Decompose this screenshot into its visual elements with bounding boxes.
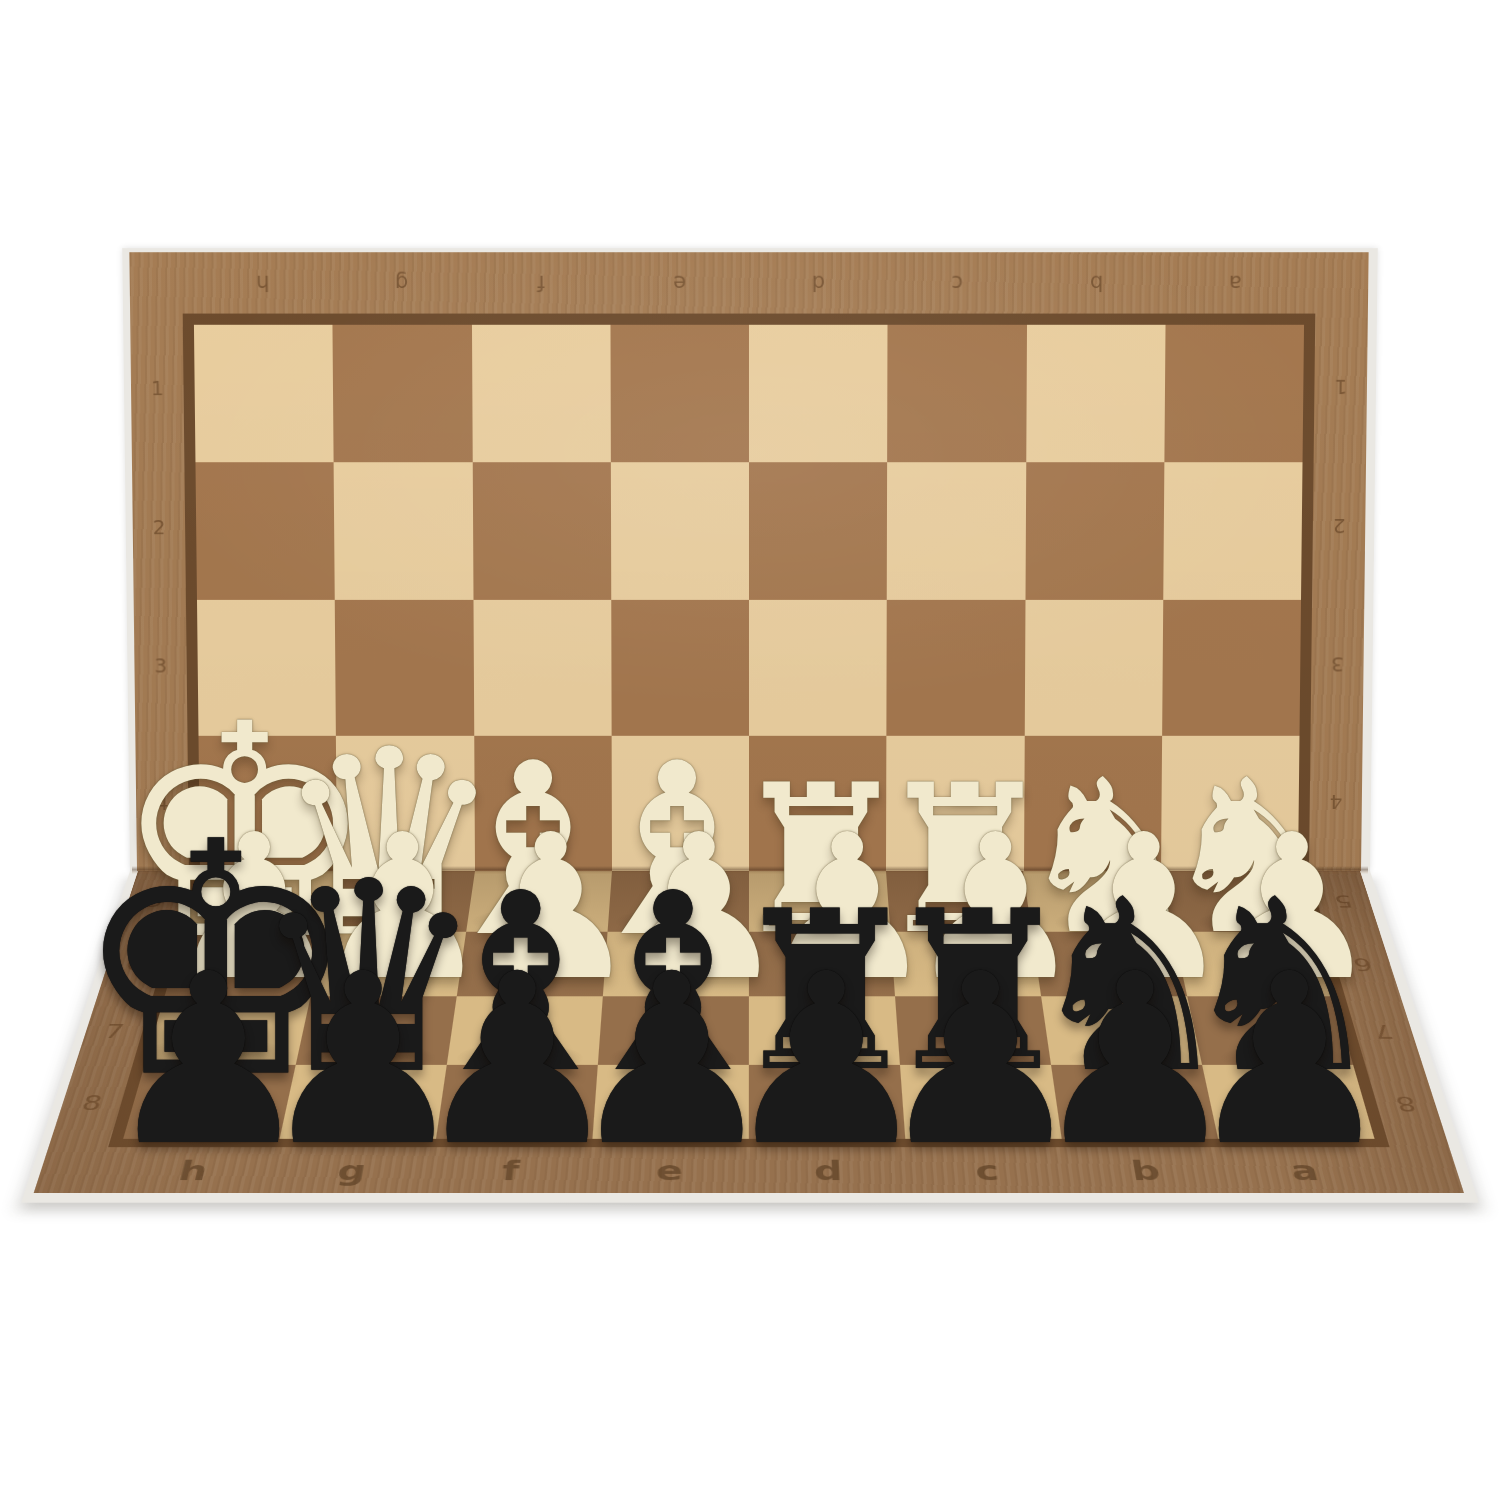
- pieces-layer: ♚♛♝♝♜♜♞♞♟♟♟♟♟♟♟♟♚♛♝♝♜♜♞♞♟♟♟♟♟♟♟♟: [0, 0, 1500, 1500]
- photo-background: hgfedcba 1234 1234 hgfedcba 5678 5678: [0, 0, 1500, 1500]
- piece-black-pawn[interactable]: ♟: [1184, 943, 1396, 1179]
